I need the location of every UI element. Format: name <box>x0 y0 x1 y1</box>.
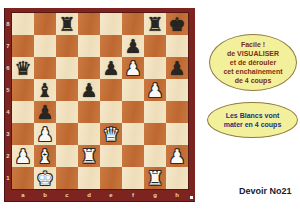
square-h6[interactable]: ♟ <box>166 57 188 79</box>
square-g7[interactable] <box>144 35 166 57</box>
square-c8[interactable]: ♜ <box>56 13 78 35</box>
frame-corner-dot <box>190 196 193 199</box>
square-a1[interactable] <box>12 167 34 189</box>
square-h7[interactable] <box>166 35 188 57</box>
board-grid: ♜♜♚♟♛♟♟♟♝♟♟♟♟♛♟♝♜♟♚♜ <box>11 12 189 190</box>
black-king-h8[interactable]: ♚ <box>166 13 188 35</box>
file-label-d: d <box>78 191 100 200</box>
file-label-c: c <box>56 191 78 200</box>
square-h1[interactable] <box>166 167 188 189</box>
file-label-b: b <box>34 191 56 200</box>
bubble-top-line-5: de 4 coups <box>235 76 272 85</box>
black-bishop-b5[interactable]: ♝ <box>34 79 56 101</box>
white-queen-e3[interactable]: ♛ <box>100 123 122 145</box>
square-b2[interactable]: ♝ <box>34 145 56 167</box>
square-h4[interactable] <box>166 101 188 123</box>
rank-label-5: 5 <box>5 79 11 101</box>
file-label-g: g <box>144 191 166 200</box>
square-a6[interactable]: ♛ <box>12 57 34 79</box>
bubble-bottom-line-1: Les Blancs vont <box>226 111 280 120</box>
square-h8[interactable]: ♚ <box>166 13 188 35</box>
square-e8[interactable] <box>100 13 122 35</box>
square-a4[interactable] <box>12 101 34 123</box>
square-g3[interactable] <box>144 123 166 145</box>
file-labels: abcdefgh <box>12 191 188 200</box>
white-rook-g1[interactable]: ♜ <box>144 167 166 189</box>
square-e3[interactable]: ♛ <box>100 123 122 145</box>
black-pawn-d5[interactable]: ♟ <box>78 79 100 101</box>
white-pawn-a2[interactable]: ♟ <box>12 145 34 167</box>
file-label-f: f <box>122 191 144 200</box>
bubble-top-line-1: Facile ! <box>241 40 265 49</box>
white-king-b1[interactable]: ♚ <box>34 167 56 189</box>
square-c5[interactable] <box>56 79 78 101</box>
square-f3[interactable] <box>122 123 144 145</box>
square-f5[interactable] <box>122 79 144 101</box>
square-g4[interactable] <box>144 101 166 123</box>
bubble-top-line-2: de VISUALISER <box>227 49 279 58</box>
rank-label-7: 7 <box>5 35 11 57</box>
square-d7[interactable] <box>78 35 100 57</box>
square-d6[interactable] <box>78 57 100 79</box>
square-e7[interactable] <box>100 35 122 57</box>
square-b1[interactable]: ♚ <box>34 167 56 189</box>
square-a2[interactable]: ♟ <box>12 145 34 167</box>
square-g5[interactable]: ♟ <box>144 79 166 101</box>
square-a3[interactable] <box>12 123 34 145</box>
square-h2[interactable]: ♟ <box>166 145 188 167</box>
square-b6[interactable] <box>34 57 56 79</box>
square-e6[interactable]: ♟ <box>100 57 122 79</box>
square-c1[interactable] <box>56 167 78 189</box>
square-d4[interactable] <box>78 101 100 123</box>
square-b4[interactable]: ♟ <box>34 101 56 123</box>
square-g1[interactable]: ♜ <box>144 167 166 189</box>
square-a7[interactable] <box>12 35 34 57</box>
bubble-top-line-3: et de dérouler <box>230 58 276 67</box>
black-pawn-b4[interactable]: ♟ <box>34 101 56 123</box>
rank-label-2: 2 <box>5 145 11 167</box>
square-g8[interactable]: ♜ <box>144 13 166 35</box>
black-rook-g8[interactable]: ♜ <box>144 13 166 35</box>
square-c6[interactable] <box>56 57 78 79</box>
white-pawn-f6[interactable]: ♟ <box>122 57 144 79</box>
square-e1[interactable] <box>100 167 122 189</box>
square-b8[interactable] <box>34 13 56 35</box>
square-c3[interactable] <box>56 123 78 145</box>
white-pawn-b3[interactable]: ♟ <box>34 123 56 145</box>
rank-label-6: 6 <box>5 57 11 79</box>
square-b5[interactable]: ♝ <box>34 79 56 101</box>
square-b7[interactable] <box>34 35 56 57</box>
file-label-h: h <box>166 191 188 200</box>
file-label-a: a <box>12 191 34 200</box>
rank-label-4: 4 <box>5 101 11 123</box>
square-f2[interactable] <box>122 145 144 167</box>
square-e4[interactable] <box>100 101 122 123</box>
rank-labels: 87654321 <box>5 13 11 189</box>
square-d8[interactable] <box>78 13 100 35</box>
black-rook-c8[interactable]: ♜ <box>56 13 78 35</box>
square-f7[interactable]: ♟ <box>122 35 144 57</box>
square-a8[interactable] <box>12 13 34 35</box>
rank-label-8: 8 <box>5 13 11 35</box>
square-d5[interactable]: ♟ <box>78 79 100 101</box>
square-e5[interactable] <box>100 79 122 101</box>
hint-bubble-top: Facile ! de VISUALISER et de dérouler ce… <box>209 34 297 91</box>
black-pawn-f7[interactable]: ♟ <box>122 35 144 57</box>
square-f1[interactable] <box>122 167 144 189</box>
white-pawn-h2[interactable]: ♟ <box>166 145 188 167</box>
square-f4[interactable] <box>122 101 144 123</box>
square-c2[interactable] <box>56 145 78 167</box>
square-g2[interactable] <box>144 145 166 167</box>
square-f8[interactable] <box>122 13 144 35</box>
chess-board: ♜♜♚♟♛♟♟♟♝♟♟♟♟♛♟♝♜♟♚♜ 87654321 abcdefgh <box>4 8 195 202</box>
task-bubble-bottom: Les Blancs vont mater en 4 coups <box>207 102 298 138</box>
white-pawn-g5[interactable]: ♟ <box>144 79 166 101</box>
square-c4[interactable] <box>56 101 78 123</box>
black-pawn-h6[interactable]: ♟ <box>166 57 188 79</box>
file-label-e: e <box>100 191 122 200</box>
square-d1[interactable] <box>78 167 100 189</box>
exercise-caption: Devoir No21 <box>239 186 292 196</box>
bubble-bottom-line-2: mater en 4 coups <box>224 120 282 129</box>
black-queen-a6[interactable]: ♛ <box>12 57 34 79</box>
black-pawn-e6[interactable]: ♟ <box>100 57 122 79</box>
rank-label-3: 3 <box>5 123 11 145</box>
white-rook-d2[interactable]: ♜ <box>78 145 100 167</box>
white-bishop-b2[interactable]: ♝ <box>34 145 56 167</box>
square-f6[interactable]: ♟ <box>122 57 144 79</box>
bubble-top-line-4: cet enchaînement <box>223 67 282 76</box>
square-c7[interactable] <box>56 35 78 57</box>
square-h3[interactable] <box>166 123 188 145</box>
square-h5[interactable] <box>166 79 188 101</box>
square-d2[interactable]: ♜ <box>78 145 100 167</box>
square-a5[interactable] <box>12 79 34 101</box>
square-g6[interactable] <box>144 57 166 79</box>
square-d3[interactable] <box>78 123 100 145</box>
square-b3[interactable]: ♟ <box>34 123 56 145</box>
rank-label-1: 1 <box>5 167 11 189</box>
square-e2[interactable] <box>100 145 122 167</box>
